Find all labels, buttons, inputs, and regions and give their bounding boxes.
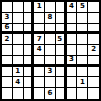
sudoku-cell-r5c8[interactable]: [77, 45, 88, 56]
sudoku-cell-r8c3[interactable]: [24, 77, 35, 88]
sudoku-cell-r5c7[interactable]: [67, 45, 78, 56]
sudoku-cell-r3c3[interactable]: [24, 24, 35, 35]
sudoku-cell-r7c5[interactable]: 3: [45, 67, 56, 78]
sudoku-cell-r3c8[interactable]: [77, 24, 88, 35]
sudoku-cell-r2c8[interactable]: [77, 13, 88, 24]
sudoku-cell-r1c8[interactable]: 5: [77, 2, 88, 13]
sudoku-cell-r1c9[interactable]: [88, 2, 99, 13]
sudoku-cell-r4c9[interactable]: [88, 34, 99, 45]
sudoku-cell-r2c3[interactable]: [24, 13, 35, 24]
sudoku-cell-r6c5[interactable]: [45, 56, 56, 67]
sudoku-cell-r4c8[interactable]: [77, 34, 88, 45]
sudoku-cell-r8c2[interactable]: 4: [13, 77, 24, 88]
sudoku-cell-r8c1[interactable]: [2, 77, 13, 88]
sudoku-cell-r2c9[interactable]: [88, 13, 99, 24]
sudoku-cell-r1c2[interactable]: [13, 2, 24, 13]
sudoku-cell-r1c1[interactable]: [2, 2, 13, 13]
sudoku-cell-r4c7[interactable]: [67, 34, 78, 45]
sudoku-cell-r3c4[interactable]: [34, 24, 45, 35]
sudoku-cell-r8c5[interactable]: [45, 77, 56, 88]
sudoku-cell-r3c6[interactable]: [56, 24, 67, 35]
sudoku-cell-r7c4[interactable]: [34, 67, 45, 78]
sudoku-cell-r2c5[interactable]: 8: [45, 13, 56, 24]
sudoku-cell-r6c8[interactable]: [77, 56, 88, 67]
sudoku-cell-r4c1[interactable]: 2: [2, 34, 13, 45]
sudoku-cell-r2c1[interactable]: 3: [2, 13, 13, 24]
sudoku-cell-r6c2[interactable]: [13, 56, 24, 67]
sudoku-cell-r7c3[interactable]: [24, 67, 35, 78]
sudoku-cell-r9c5[interactable]: 6: [45, 88, 56, 99]
sudoku-cell-r3c2[interactable]: [13, 24, 24, 35]
sudoku-cell-r9c4[interactable]: [34, 88, 45, 99]
sudoku-cell-r5c1[interactable]: [2, 45, 13, 56]
sudoku-cell-r4c4[interactable]: 7: [34, 34, 45, 45]
sudoku-cell-r9c6[interactable]: [56, 88, 67, 99]
sudoku-cell-r6c7[interactable]: 3: [67, 56, 78, 67]
sudoku-cell-r5c4[interactable]: 4: [34, 45, 45, 56]
sudoku-cell-r6c6[interactable]: [56, 56, 67, 67]
sudoku-cell-r1c3[interactable]: [24, 2, 35, 13]
sudoku-cell-r1c7[interactable]: 4: [67, 2, 78, 13]
sudoku-cell-r7c7[interactable]: [67, 67, 78, 78]
sudoku-cell-r7c1[interactable]: [2, 67, 13, 78]
sudoku-cell-r9c3[interactable]: [24, 88, 35, 99]
sudoku-cell-r9c9[interactable]: [88, 88, 99, 99]
sudoku-cell-r9c1[interactable]: [2, 88, 13, 99]
sudoku-cell-r5c5[interactable]: [45, 45, 56, 56]
sudoku-cell-r2c7[interactable]: [67, 13, 78, 24]
sudoku-cell-r3c7[interactable]: [67, 24, 78, 35]
sudoku-cell-r1c6[interactable]: [56, 2, 67, 13]
sudoku-cell-r1c5[interactable]: [45, 2, 56, 13]
sudoku-cell-r5c9[interactable]: 2: [88, 45, 99, 56]
sudoku-cell-r6c4[interactable]: [34, 56, 45, 67]
sudoku-cell-r7c8[interactable]: [77, 67, 88, 78]
sudoku-cell-r8c9[interactable]: [88, 77, 99, 88]
sudoku-cell-r1c4[interactable]: 1: [34, 2, 45, 13]
sudoku-cell-r5c3[interactable]: [24, 45, 35, 56]
sudoku-cell-r2c6[interactable]: [56, 13, 67, 24]
sudoku-cell-r8c4[interactable]: [34, 77, 45, 88]
sudoku-cell-r9c2[interactable]: [13, 88, 24, 99]
sudoku-cell-r8c7[interactable]: [67, 77, 78, 88]
sudoku-cell-r7c2[interactable]: 1: [13, 67, 24, 78]
sudoku-cell-r2c2[interactable]: [13, 13, 24, 24]
sudoku-cell-r5c2[interactable]: [13, 45, 24, 56]
sudoku-cell-r6c9[interactable]: [88, 56, 99, 67]
sudoku-cell-r4c6[interactable]: 5: [56, 34, 67, 45]
sudoku-board: 14538627542313416: [0, 0, 101, 101]
sudoku-cell-r6c3[interactable]: [24, 56, 35, 67]
sudoku-cell-r4c2[interactable]: [13, 34, 24, 45]
sudoku-cell-r9c7[interactable]: [67, 88, 78, 99]
sudoku-cell-r4c3[interactable]: [24, 34, 35, 45]
sudoku-cell-r7c9[interactable]: [88, 67, 99, 78]
sudoku-cell-r3c9[interactable]: [88, 24, 99, 35]
sudoku-cell-r9c8[interactable]: [77, 88, 88, 99]
sudoku-cell-r5c6[interactable]: [56, 45, 67, 56]
sudoku-cell-r4c5[interactable]: [45, 34, 56, 45]
sudoku-cell-r8c6[interactable]: [56, 77, 67, 88]
sudoku-cell-r3c1[interactable]: 6: [2, 24, 13, 35]
sudoku-cell-r7c6[interactable]: [56, 67, 67, 78]
sudoku-cell-r6c1[interactable]: [2, 56, 13, 67]
sudoku-cell-r3c5[interactable]: [45, 24, 56, 35]
sudoku-cell-r2c4[interactable]: [34, 13, 45, 24]
sudoku-cell-r8c8[interactable]: 1: [77, 77, 88, 88]
